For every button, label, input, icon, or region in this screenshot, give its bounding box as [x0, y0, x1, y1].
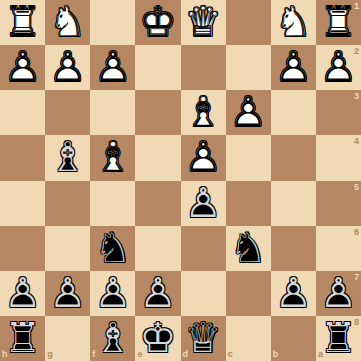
square-a4[interactable]: 4	[316, 135, 361, 180]
square-b5[interactable]	[271, 181, 316, 226]
square-f4[interactable]: ♝♗	[90, 135, 135, 180]
piece-glyph-outline: ♗	[47, 137, 88, 178]
square-a8[interactable]: ♜♖8a	[316, 316, 361, 361]
piece-black-rook[interactable]: ♜♖	[318, 318, 359, 359]
square-h4[interactable]	[0, 135, 45, 180]
square-e6[interactable]	[135, 226, 180, 271]
square-f8[interactable]: ♝♗f	[90, 316, 135, 361]
square-g2[interactable]: ♟♙	[45, 45, 90, 90]
square-a6[interactable]: 6	[316, 226, 361, 271]
piece-glyph-outline: ♗	[183, 92, 224, 133]
square-h5[interactable]	[0, 181, 45, 226]
piece-glyph-outline: ♘	[273, 2, 314, 43]
square-g4[interactable]: ♝♗	[45, 135, 90, 180]
square-f5[interactable]	[90, 181, 135, 226]
piece-glyph-outline: ♙	[47, 47, 88, 88]
piece-white-knight[interactable]: ♞♘	[273, 2, 314, 43]
square-h8[interactable]: ♜♖h	[0, 316, 45, 361]
piece-glyph-outline: ♙	[183, 183, 224, 224]
square-e2[interactable]	[135, 45, 180, 90]
square-f2[interactable]: ♟♙	[90, 45, 135, 90]
piece-glyph-outline: ♗	[92, 137, 133, 178]
square-d3[interactable]: ♝♗	[181, 90, 226, 135]
square-f6[interactable]: ♞♘	[90, 226, 135, 271]
square-g6[interactable]	[45, 226, 90, 271]
square-a7[interactable]: ♟♙7	[316, 271, 361, 316]
piece-glyph-outline: ♕	[183, 318, 224, 359]
piece-glyph-outline: ♙	[92, 273, 133, 314]
piece-glyph-outline: ♗	[92, 318, 133, 359]
square-d5[interactable]: ♟♙	[181, 181, 226, 226]
rank-label-3: 3	[354, 92, 359, 101]
piece-white-bishop[interactable]: ♝♗	[92, 137, 133, 178]
square-c4[interactable]	[226, 135, 271, 180]
square-e5[interactable]	[135, 181, 180, 226]
piece-glyph-outline: ♙	[273, 47, 314, 88]
piece-black-rook[interactable]: ♜♖	[2, 318, 43, 359]
square-b8[interactable]: b	[271, 316, 316, 361]
piece-black-pawn[interactable]: ♟♙	[47, 273, 88, 314]
piece-glyph-outline: ♙	[47, 273, 88, 314]
file-label-c: c	[228, 350, 233, 359]
piece-glyph-outline: ♔	[137, 2, 178, 43]
square-e1[interactable]: ♚♔	[135, 0, 180, 45]
piece-white-pawn[interactable]: ♟♙	[273, 47, 314, 88]
piece-glyph-outline: ♙	[318, 273, 359, 314]
piece-glyph-outline: ♖	[318, 2, 359, 43]
piece-glyph-outline: ♙	[2, 273, 43, 314]
square-a5[interactable]: 5	[316, 181, 361, 226]
piece-white-rook[interactable]: ♜♖	[318, 2, 359, 43]
rank-label-5: 5	[354, 183, 359, 192]
piece-glyph-outline: ♔	[137, 318, 178, 359]
piece-glyph-outline: ♙	[2, 47, 43, 88]
square-d4[interactable]: ♟♙	[181, 135, 226, 180]
piece-glyph-outline: ♙	[318, 47, 359, 88]
piece-glyph-outline: ♙	[137, 273, 178, 314]
piece-glyph-outline: ♖	[2, 318, 43, 359]
square-g3[interactable]	[45, 90, 90, 135]
square-g1[interactable]: ♞♘	[45, 0, 90, 45]
square-c7[interactable]	[226, 271, 271, 316]
square-c1[interactable]	[226, 0, 271, 45]
piece-black-knight[interactable]: ♞♘	[228, 228, 269, 269]
piece-white-pawn[interactable]: ♟♙	[318, 47, 359, 88]
square-g7[interactable]: ♟♙	[45, 271, 90, 316]
square-b1[interactable]: ♞♘	[271, 0, 316, 45]
square-e3[interactable]	[135, 90, 180, 135]
piece-white-pawn[interactable]: ♟♙	[2, 47, 43, 88]
piece-glyph-outline: ♙	[183, 137, 224, 178]
piece-black-king[interactable]: ♚♔	[137, 318, 178, 359]
piece-black-bishop[interactable]: ♝♗	[47, 137, 88, 178]
piece-glyph-outline: ♖	[318, 318, 359, 359]
square-b7[interactable]: ♟♙	[271, 271, 316, 316]
square-e8[interactable]: ♚♔e	[135, 316, 180, 361]
square-c5[interactable]	[226, 181, 271, 226]
square-e7[interactable]: ♟♙	[135, 271, 180, 316]
piece-black-pawn[interactable]: ♟♙	[92, 273, 133, 314]
piece-white-pawn[interactable]: ♟♙	[47, 47, 88, 88]
square-h3[interactable]	[0, 90, 45, 135]
square-c6[interactable]: ♞♘	[226, 226, 271, 271]
square-h7[interactable]: ♟♙	[0, 271, 45, 316]
square-h6[interactable]	[0, 226, 45, 271]
square-c3[interactable]: ♟♙	[226, 90, 271, 135]
rank-label-6: 6	[354, 228, 359, 237]
square-b3[interactable]	[271, 90, 316, 135]
piece-white-pawn[interactable]: ♟♙	[92, 47, 133, 88]
square-g5[interactable]	[45, 181, 90, 226]
piece-black-pawn[interactable]: ♟♙	[318, 273, 359, 314]
piece-glyph-outline: ♖	[2, 2, 43, 43]
piece-glyph-outline: ♘	[47, 2, 88, 43]
square-b6[interactable]	[271, 226, 316, 271]
piece-white-pawn[interactable]: ♟♙	[183, 137, 224, 178]
piece-white-bishop[interactable]: ♝♗	[183, 92, 224, 133]
piece-glyph-outline: ♙	[92, 47, 133, 88]
piece-black-pawn[interactable]: ♟♙	[183, 183, 224, 224]
piece-white-pawn[interactable]: ♟♙	[228, 92, 269, 133]
square-d6[interactable]	[181, 226, 226, 271]
piece-black-pawn[interactable]: ♟♙	[273, 273, 314, 314]
piece-black-bishop[interactable]: ♝♗	[92, 318, 133, 359]
square-b4[interactable]	[271, 135, 316, 180]
piece-black-knight[interactable]: ♞♘	[92, 228, 133, 269]
square-a2[interactable]: ♟♙2	[316, 45, 361, 90]
piece-white-rook[interactable]: ♜♖	[2, 2, 43, 43]
square-d1[interactable]: ♛♕	[181, 0, 226, 45]
chess-board: ♜♖♞♘♚♔♛♕♞♘♜♖1♟♙♟♙♟♙♟♙♟♙2♝♗♟♙3♝♗♝♗♟♙4♟♙5♞…	[0, 0, 361, 361]
piece-white-king[interactable]: ♚♔	[137, 2, 178, 43]
rank-label-4: 4	[354, 137, 359, 146]
square-d7[interactable]	[181, 271, 226, 316]
square-f1[interactable]	[90, 0, 135, 45]
square-a1[interactable]: ♜♖1	[316, 0, 361, 45]
piece-black-queen[interactable]: ♛♕	[183, 318, 224, 359]
square-h1[interactable]: ♜♖	[0, 0, 45, 45]
piece-glyph-outline: ♙	[273, 273, 314, 314]
square-g8[interactable]: g	[45, 316, 90, 361]
file-label-g: g	[47, 350, 53, 359]
square-c2[interactable]	[226, 45, 271, 90]
square-f7[interactable]: ♟♙	[90, 271, 135, 316]
square-d8[interactable]: ♛♕d	[181, 316, 226, 361]
piece-glyph-outline: ♘	[92, 228, 133, 269]
piece-black-pawn[interactable]: ♟♙	[2, 273, 43, 314]
piece-glyph-outline: ♕	[183, 2, 224, 43]
square-a3[interactable]: 3	[316, 90, 361, 135]
square-c8[interactable]: c	[226, 316, 271, 361]
square-e4[interactable]	[135, 135, 180, 180]
square-b2[interactable]: ♟♙	[271, 45, 316, 90]
piece-black-pawn[interactable]: ♟♙	[137, 273, 178, 314]
square-f3[interactable]	[90, 90, 135, 135]
piece-glyph-outline: ♘	[228, 228, 269, 269]
piece-glyph-outline: ♙	[228, 92, 269, 133]
square-d2[interactable]	[181, 45, 226, 90]
square-h2[interactable]: ♟♙	[0, 45, 45, 90]
piece-white-queen[interactable]: ♛♕	[183, 2, 224, 43]
file-label-b: b	[273, 350, 279, 359]
piece-white-knight[interactable]: ♞♘	[47, 2, 88, 43]
